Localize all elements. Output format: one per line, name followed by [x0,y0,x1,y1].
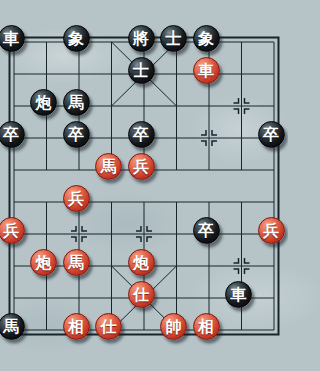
square-c4: 卒 [63,122,96,154]
square-a1: 車 [0,26,30,58]
piece-red-elephant[interactable]: 相 [63,313,90,340]
piece-black-advisor[interactable]: 士 [128,57,155,84]
piece-red-soldier[interactable]: 兵 [128,153,155,180]
piece-red-horse[interactable]: 馬 [95,153,122,180]
square-c10: 相 [63,314,96,346]
square-f10: 帥 [160,314,193,346]
piece-red-horse[interactable]: 馬 [63,249,90,276]
square-e2: 士 [128,58,161,90]
square-i4: 卒 [258,122,288,154]
piece-black-soldier[interactable]: 卒 [0,121,25,148]
piece-red-chariot[interactable]: 車 [193,57,220,84]
piece-red-cannon[interactable]: 炮 [128,249,155,276]
square-a7: 兵 [0,218,30,250]
square-e8: 炮 [128,250,161,282]
square-g2: 車 [193,58,226,90]
piece-black-chariot[interactable]: 車 [225,281,252,308]
square-f1: 士 [160,26,193,58]
piece-red-soldier[interactable]: 兵 [0,217,25,244]
piece-red-soldier[interactable]: 兵 [258,217,285,244]
piece-black-soldier[interactable]: 卒 [193,217,220,244]
square-d10: 仕 [95,314,128,346]
piece-grid: 車象將士象士車炮馬卒卒卒卒馬兵兵兵卒兵炮馬炮仕車馬相仕帥相 [0,26,288,346]
square-e1: 將 [128,26,161,58]
piece-black-elephant[interactable]: 象 [193,25,220,52]
piece-black-cannon[interactable]: 炮 [30,89,57,116]
square-c1: 象 [63,26,96,58]
square-i7: 兵 [258,218,288,250]
piece-red-soldier[interactable]: 兵 [63,185,90,212]
square-b8: 炮 [30,250,63,282]
square-e4: 卒 [128,122,161,154]
square-g1: 象 [193,26,226,58]
piece-black-chariot[interactable]: 車 [0,25,25,52]
xiangqi-board[interactable]: 車象將士象士車炮馬卒卒卒卒馬兵兵兵卒兵炮馬炮仕車馬相仕帥相 [0,0,288,371]
square-g7: 卒 [193,218,226,250]
piece-black-soldier[interactable]: 卒 [258,121,285,148]
square-a10: 馬 [0,314,30,346]
square-e9: 仕 [128,282,161,314]
piece-red-advisor[interactable]: 仕 [128,281,155,308]
piece-black-elephant[interactable]: 象 [63,25,90,52]
piece-black-soldier[interactable]: 卒 [128,121,155,148]
piece-black-horse[interactable]: 馬 [0,313,25,340]
piece-red-cannon[interactable]: 炮 [30,249,57,276]
square-e5: 兵 [128,154,161,186]
piece-black-soldier[interactable]: 卒 [63,121,90,148]
piece-black-advisor[interactable]: 士 [160,25,187,52]
square-c6: 兵 [63,186,96,218]
square-c8: 馬 [63,250,96,282]
square-h9: 車 [225,282,258,314]
square-d5: 馬 [95,154,128,186]
piece-black-horse[interactable]: 馬 [63,89,90,116]
square-c3: 馬 [63,90,96,122]
piece-black-general[interactable]: 將 [128,25,155,52]
piece-red-advisor[interactable]: 仕 [95,313,122,340]
piece-red-general[interactable]: 帥 [160,313,187,340]
square-b3: 炮 [30,90,63,122]
square-g10: 相 [193,314,226,346]
piece-red-elephant[interactable]: 相 [193,313,220,340]
square-a4: 卒 [0,122,30,154]
